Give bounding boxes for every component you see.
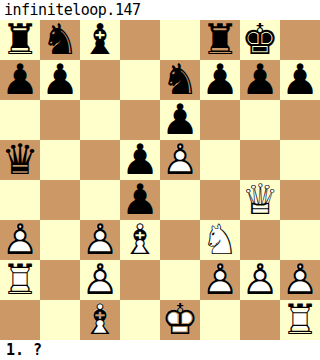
square-h3[interactable] [280,220,320,260]
white-piece-outline: ♙ [280,260,320,300]
white-bishop-piece: ♝♗ [120,220,160,260]
square-a7[interactable]: ♟ [0,60,40,100]
white-piece-outline: ♙ [200,260,240,300]
square-b1[interactable] [40,300,80,340]
square-b7[interactable]: ♟ [40,60,80,100]
white-piece-outline: ♙ [160,140,200,180]
square-e6[interactable]: ♟ [160,100,200,140]
square-d5[interactable]: ♟ [120,140,160,180]
square-a6[interactable] [0,100,40,140]
black-king-piece: ♚ [240,20,280,60]
white-bishop-piece: ♝♗ [80,300,120,340]
square-d7[interactable] [120,60,160,100]
white-rook-piece: ♜♖ [280,300,320,340]
white-piece-outline: ♕ [240,180,280,220]
square-h6[interactable] [280,100,320,140]
square-h7[interactable]: ♟ [280,60,320,100]
square-d4[interactable]: ♟ [120,180,160,220]
square-b4[interactable] [40,180,80,220]
square-g7[interactable]: ♟ [240,60,280,100]
square-g5[interactable] [240,140,280,180]
black-pawn-piece: ♟ [0,60,40,100]
white-piece-outline: ♙ [80,220,120,260]
white-pawn-piece: ♟♙ [80,220,120,260]
square-d6[interactable] [120,100,160,140]
white-piece-outline: ♗ [120,220,160,260]
square-c7[interactable] [80,60,120,100]
square-e2[interactable] [160,260,200,300]
white-pawn-piece: ♟♙ [240,260,280,300]
square-f1[interactable] [200,300,240,340]
white-rook-piece: ♜♖ [0,260,40,300]
square-c6[interactable] [80,100,120,140]
square-g3[interactable] [240,220,280,260]
black-rook-piece: ♜ [200,20,240,60]
square-e3[interactable] [160,220,200,260]
black-pawn-piece: ♟ [120,140,160,180]
black-pawn-piece: ♟ [160,100,200,140]
white-piece-outline: ♙ [0,220,40,260]
square-e4[interactable] [160,180,200,220]
square-d1[interactable] [120,300,160,340]
move-prompt: 1. ? [6,340,42,360]
white-piece-outline: ♙ [80,260,120,300]
square-c5[interactable] [80,140,120,180]
square-e5[interactable]: ♟♙ [160,140,200,180]
black-bishop-piece: ♝ [80,20,120,60]
move-prompt-bar: 1. ? [0,340,320,360]
square-b6[interactable] [40,100,80,140]
square-h5[interactable] [280,140,320,180]
white-piece-outline: ♙ [240,260,280,300]
black-queen-piece: ♛ [0,140,40,180]
square-g1[interactable] [240,300,280,340]
square-f2[interactable]: ♟♙ [200,260,240,300]
square-c3[interactable]: ♟♙ [80,220,120,260]
white-pawn-piece: ♟♙ [160,140,200,180]
square-f5[interactable] [200,140,240,180]
black-knight-piece: ♞ [40,20,80,60]
square-h8[interactable] [280,20,320,60]
white-pawn-piece: ♟♙ [280,260,320,300]
square-a8[interactable]: ♜ [0,20,40,60]
white-pawn-piece: ♟♙ [80,260,120,300]
black-pawn-piece: ♟ [120,180,160,220]
white-piece-outline: ♖ [0,260,40,300]
square-c4[interactable] [80,180,120,220]
square-d3[interactable]: ♝♗ [120,220,160,260]
white-king-piece: ♚♔ [160,300,200,340]
chess-board: ♜♞♝♜♚♟♟♞♟♟♟♟♛♟♟♙♟♛♕♟♙♟♙♝♗♞♘♜♖♟♙♟♙♟♙♟♙♝♗♚… [0,20,320,340]
square-a1[interactable] [0,300,40,340]
white-piece-outline: ♗ [80,300,120,340]
square-f8[interactable]: ♜ [200,20,240,60]
square-c1[interactable]: ♝♗ [80,300,120,340]
square-e8[interactable] [160,20,200,60]
square-f6[interactable] [200,100,240,140]
square-h4[interactable] [280,180,320,220]
square-e7[interactable]: ♞ [160,60,200,100]
square-h1[interactable]: ♜♖ [280,300,320,340]
square-g2[interactable]: ♟♙ [240,260,280,300]
square-a4[interactable] [0,180,40,220]
white-pawn-piece: ♟♙ [200,260,240,300]
black-pawn-piece: ♟ [40,60,80,100]
square-a5[interactable]: ♛ [0,140,40,180]
square-c2[interactable]: ♟♙ [80,260,120,300]
square-b8[interactable]: ♞ [40,20,80,60]
black-knight-piece: ♞ [160,60,200,100]
square-g8[interactable]: ♚ [240,20,280,60]
square-b5[interactable] [40,140,80,180]
square-a2[interactable]: ♜♖ [0,260,40,300]
chess-app-window: infiniteloop.147 ♜♞♝♜♚♟♟♞♟♟♟♟♛♟♟♙♟♛♕♟♙♟♙… [0,0,320,360]
square-b3[interactable] [40,220,80,260]
white-piece-outline: ♘ [200,220,240,260]
black-pawn-piece: ♟ [240,60,280,100]
square-g6[interactable] [240,100,280,140]
square-h2[interactable]: ♟♙ [280,260,320,300]
square-a3[interactable]: ♟♙ [0,220,40,260]
white-queen-piece: ♛♕ [240,180,280,220]
square-f7[interactable]: ♟ [200,60,240,100]
square-d8[interactable] [120,20,160,60]
square-b2[interactable] [40,260,80,300]
square-e1[interactable]: ♚♔ [160,300,200,340]
black-rook-piece: ♜ [0,20,40,60]
white-piece-outline: ♔ [160,300,200,340]
white-piece-outline: ♖ [280,300,320,340]
square-c8[interactable]: ♝ [80,20,120,60]
white-pawn-piece: ♟♙ [0,220,40,260]
white-knight-piece: ♞♘ [200,220,240,260]
square-g4[interactable]: ♛♕ [240,180,280,220]
square-f3[interactable]: ♞♘ [200,220,240,260]
black-pawn-piece: ♟ [200,60,240,100]
square-f4[interactable] [200,180,240,220]
black-pawn-piece: ♟ [280,60,320,100]
square-d2[interactable] [120,260,160,300]
